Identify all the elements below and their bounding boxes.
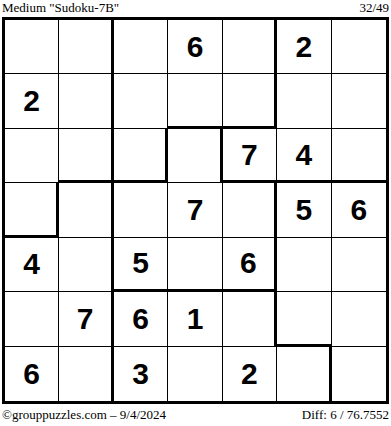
cell-r2c3 xyxy=(114,74,168,128)
sudoku-board: 62274756456761632 xyxy=(2,17,389,404)
cell-r2c2 xyxy=(59,74,113,128)
cell-r2c4 xyxy=(168,74,222,128)
cell-r6c4: 1 xyxy=(168,292,222,346)
difficulty-text: Diff: 6 / 76.7552 xyxy=(302,407,389,423)
cell-r4c4: 7 xyxy=(168,183,222,237)
copyright-text: ©grouppuzzles.com – 9/4/2024 xyxy=(2,407,166,423)
cell-r1c4: 6 xyxy=(168,20,222,74)
cell-r6c1 xyxy=(5,292,59,346)
cell-r7c7 xyxy=(332,347,386,401)
cell-r2c6 xyxy=(277,74,331,128)
cell-r7c5: 2 xyxy=(223,347,277,401)
cell-r5c6 xyxy=(277,238,331,292)
cell-r5c4 xyxy=(168,238,222,292)
puzzle-title: Medium "Sudoku-7B" xyxy=(2,0,119,16)
cell-r3c4 xyxy=(168,129,222,183)
cell-r2c5 xyxy=(223,74,277,128)
cell-r4c7: 6 xyxy=(332,183,386,237)
cell-r1c7 xyxy=(332,20,386,74)
cell-r3c7 xyxy=(332,129,386,183)
cell-r3c1 xyxy=(5,129,59,183)
puzzle-page: Medium "Sudoku-7B" 32/49 622747564567616… xyxy=(0,0,391,426)
cell-r1c1 xyxy=(5,20,59,74)
cell-r5c7 xyxy=(332,238,386,292)
cell-r1c2 xyxy=(59,20,113,74)
cell-r7c6 xyxy=(277,347,331,401)
cell-r6c3: 6 xyxy=(114,292,168,346)
cell-r4c5 xyxy=(223,183,277,237)
cell-r3c2 xyxy=(59,129,113,183)
cell-r5c1: 4 xyxy=(5,238,59,292)
cell-r6c5 xyxy=(223,292,277,346)
cell-r1c5 xyxy=(223,20,277,74)
cell-r5c5: 6 xyxy=(223,238,277,292)
cell-r5c3: 5 xyxy=(114,238,168,292)
cell-r1c3 xyxy=(114,20,168,74)
footer: ©grouppuzzles.com – 9/4/2024 Diff: 6 / 7… xyxy=(2,407,389,423)
cell-r2c7 xyxy=(332,74,386,128)
cell-r7c1: 6 xyxy=(5,347,59,401)
cell-r5c2 xyxy=(59,238,113,292)
header: Medium "Sudoku-7B" 32/49 xyxy=(2,0,389,16)
cell-r6c6 xyxy=(277,292,331,346)
cell-r4c1 xyxy=(5,183,59,237)
cell-r7c2 xyxy=(59,347,113,401)
cell-r3c5: 7 xyxy=(223,129,277,183)
puzzle-counter: 32/49 xyxy=(359,0,389,16)
cell-r4c6: 5 xyxy=(277,183,331,237)
cell-r3c3 xyxy=(114,129,168,183)
cell-r1c6: 2 xyxy=(277,20,331,74)
cell-r4c2 xyxy=(59,183,113,237)
cell-r7c3: 3 xyxy=(114,347,168,401)
cell-r3c6: 4 xyxy=(277,129,331,183)
cell-r7c4 xyxy=(168,347,222,401)
cell-r6c7 xyxy=(332,292,386,346)
cell-r6c2: 7 xyxy=(59,292,113,346)
cell-r2c1: 2 xyxy=(5,74,59,128)
cell-r4c3 xyxy=(114,183,168,237)
